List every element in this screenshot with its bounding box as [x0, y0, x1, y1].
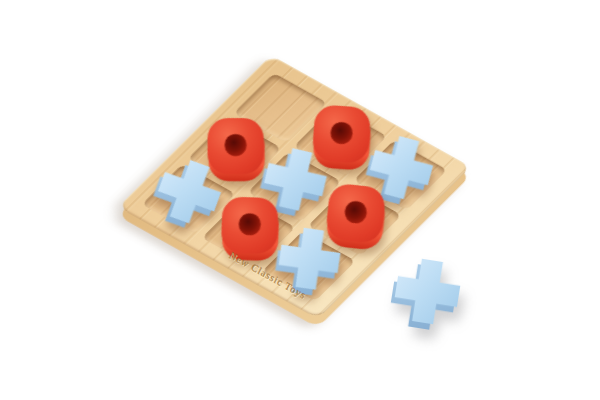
product-photo: New Classic Toys — [0, 0, 600, 400]
piece-o — [208, 118, 264, 174]
piece-o-top-face — [221, 196, 279, 254]
loose-piece-slot — [396, 260, 460, 324]
piece-o — [221, 196, 279, 254]
piece-o-top-face — [208, 118, 264, 174]
piece-o-hole — [225, 134, 246, 155]
piece-o-hole — [344, 200, 367, 223]
piece-x — [391, 255, 463, 327]
piece-o-hole — [239, 213, 261, 235]
piece-o-hole — [330, 122, 353, 145]
piece-x-top-face — [391, 255, 463, 327]
